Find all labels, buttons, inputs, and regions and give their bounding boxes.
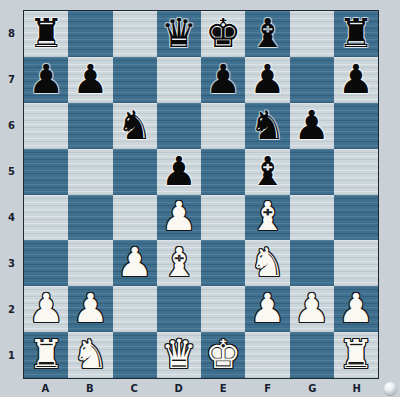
square-e1[interactable]: ♚ [201,332,245,378]
square-g7[interactable] [290,57,334,103]
square-c5[interactable] [113,149,157,195]
piece-black-queen: ♛ [161,13,197,53]
square-h8[interactable]: ♜ [334,11,378,57]
piece-white-knight: ♞ [72,334,108,374]
square-c1[interactable] [113,332,157,378]
square-g6[interactable]: ♟ [290,103,334,149]
square-a4[interactable] [24,195,68,241]
piece-white-pawn: ♟ [294,288,330,328]
square-e4[interactable] [201,195,245,241]
piece-white-pawn: ♟ [72,288,108,328]
square-h7[interactable]: ♟ [334,57,378,103]
piece-white-bishop: ♝ [249,196,285,236]
square-e3[interactable] [201,240,245,286]
square-h5[interactable] [334,149,378,195]
square-g5[interactable] [290,149,334,195]
square-a1[interactable]: ♜ [24,332,68,378]
piece-black-rook: ♜ [338,13,374,53]
square-f7[interactable]: ♟ [245,57,289,103]
square-f8[interactable]: ♝ [245,11,289,57]
rank-label-4: 4 [0,195,23,241]
piece-black-knight: ♞ [117,105,153,145]
file-label-c: C [112,379,157,397]
square-e7[interactable]: ♟ [201,57,245,103]
square-b4[interactable] [68,195,112,241]
square-c6[interactable]: ♞ [113,103,157,149]
piece-black-pawn: ♟ [161,151,197,191]
chess-board: ♜♛♚♝♜♟♟♟♟♟♞♞♟♟♝♟♝♟♝♞♟♟♟♟♟♜♞♛♚♜ [23,10,379,379]
square-d3[interactable]: ♝ [157,240,201,286]
piece-black-pawn: ♟ [72,59,108,99]
square-g1[interactable] [290,332,334,378]
square-e6[interactable] [201,103,245,149]
side-to-move-indicator [384,382,397,395]
piece-black-pawn: ♟ [249,59,285,99]
square-a6[interactable] [24,103,68,149]
square-a7[interactable]: ♟ [24,57,68,103]
rank-label-5: 5 [0,148,23,194]
rank-labels: 8 7 6 5 4 3 2 1 [0,10,23,379]
square-h2[interactable]: ♟ [334,286,378,332]
square-g8[interactable] [290,11,334,57]
file-label-f: F [246,379,291,397]
piece-white-pawn: ♟ [249,288,285,328]
rank-label-7: 7 [0,56,23,102]
file-label-e: E [201,379,246,397]
square-b3[interactable] [68,240,112,286]
square-b2[interactable]: ♟ [68,286,112,332]
piece-black-pawn: ♟ [28,59,64,99]
piece-black-king: ♚ [205,13,241,53]
square-g2[interactable]: ♟ [290,286,334,332]
square-b5[interactable] [68,149,112,195]
rank-label-2: 2 [0,287,23,333]
square-f5[interactable]: ♝ [245,149,289,195]
square-a3[interactable] [24,240,68,286]
piece-black-bishop: ♝ [249,13,285,53]
square-f1[interactable] [245,332,289,378]
square-f2[interactable]: ♟ [245,286,289,332]
square-d7[interactable] [157,57,201,103]
square-f4[interactable]: ♝ [245,195,289,241]
file-label-a: A [23,379,68,397]
piece-white-knight: ♞ [249,242,285,282]
square-e5[interactable] [201,149,245,195]
square-c4[interactable] [113,195,157,241]
square-e2[interactable] [201,286,245,332]
piece-white-king: ♚ [205,334,241,374]
piece-white-pawn: ♟ [28,288,64,328]
chess-diagram: 8 7 6 5 4 3 2 1 ♜♛♚♝♜♟♟♟♟♟♞♞♟♟♝♟♝♟♝♞♟♟♟♟… [0,0,400,397]
square-f6[interactable]: ♞ [245,103,289,149]
square-b6[interactable] [68,103,112,149]
piece-white-pawn: ♟ [338,288,374,328]
square-h3[interactable] [334,240,378,286]
square-a5[interactable] [24,149,68,195]
file-label-d: D [157,379,202,397]
square-f3[interactable]: ♞ [245,240,289,286]
square-h6[interactable] [334,103,378,149]
rank-label-3: 3 [0,241,23,287]
piece-black-pawn: ♟ [338,59,374,99]
file-labels: A B C D E F G H [23,379,379,397]
piece-white-rook: ♜ [338,334,374,374]
square-h1[interactable]: ♜ [334,332,378,378]
file-label-h: H [335,379,380,397]
piece-black-bishop: ♝ [249,151,285,191]
square-g4[interactable] [290,195,334,241]
rank-label-8: 8 [0,10,23,56]
file-label-b: B [68,379,113,397]
square-d5[interactable]: ♟ [157,149,201,195]
square-d8[interactable]: ♛ [157,11,201,57]
square-d2[interactable] [157,286,201,332]
rank-label-6: 6 [0,102,23,148]
square-d1[interactable]: ♛ [157,332,201,378]
square-g3[interactable] [290,240,334,286]
square-a2[interactable]: ♟ [24,286,68,332]
square-e8[interactable]: ♚ [201,11,245,57]
piece-white-queen: ♛ [161,334,197,374]
square-c8[interactable] [113,11,157,57]
square-b8[interactable] [68,11,112,57]
piece-black-knight: ♞ [249,105,285,145]
square-a8[interactable]: ♜ [24,11,68,57]
piece-white-bishop: ♝ [161,242,197,282]
square-d4[interactable]: ♟ [157,195,201,241]
square-b1[interactable]: ♞ [68,332,112,378]
piece-white-pawn: ♟ [161,196,197,236]
square-d6[interactable] [157,103,201,149]
square-b7[interactable]: ♟ [68,57,112,103]
square-h4[interactable] [334,195,378,241]
piece-black-pawn: ♟ [205,59,241,99]
square-c7[interactable] [113,57,157,103]
piece-white-pawn: ♟ [117,242,153,282]
square-c2[interactable] [113,286,157,332]
piece-black-pawn: ♟ [294,105,330,145]
piece-black-rook: ♜ [28,13,64,53]
square-c3[interactable]: ♟ [113,240,157,286]
rank-label-1: 1 [0,333,23,379]
piece-white-rook: ♜ [28,334,64,374]
file-label-g: G [290,379,335,397]
